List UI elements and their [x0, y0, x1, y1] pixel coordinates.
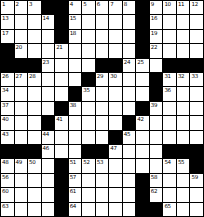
clue-number: 44: [43, 131, 49, 137]
cell-r1c3[interactable]: 3: [28, 1, 41, 14]
clue-number: 62: [151, 188, 157, 194]
clue-number: 15: [70, 15, 76, 21]
cell-r13c1[interactable]: 56: [1, 174, 14, 187]
clue-number: 52: [83, 159, 89, 165]
clue-number: 59: [191, 174, 197, 180]
cell-r3c7[interactable]: [82, 30, 95, 43]
cell-r13c8[interactable]: [96, 174, 109, 187]
cell-r12c1[interactable]: 48: [1, 159, 14, 172]
cell-r11c13-black: [163, 145, 176, 158]
cell-r13c10[interactable]: [123, 174, 136, 187]
cell-r4c3[interactable]: [28, 44, 41, 57]
clue-number: 1: [2, 1, 5, 7]
clue-number: 2: [16, 1, 19, 7]
cell-r10c2[interactable]: [15, 131, 28, 144]
cell-r1c2[interactable]: 2: [15, 1, 28, 14]
cell-r14c14[interactable]: [177, 188, 190, 201]
cell-r12c11[interactable]: [136, 159, 149, 172]
cell-r6c10[interactable]: [123, 73, 136, 86]
cell-r15c6[interactable]: 64: [69, 203, 82, 216]
cell-r2c8[interactable]: [96, 15, 109, 28]
cell-r2c11-black: [136, 15, 149, 28]
cell-r7c13[interactable]: 36: [163, 87, 176, 100]
cell-r7c14[interactable]: [177, 87, 190, 100]
cell-r14c15[interactable]: [190, 188, 203, 201]
cell-r11c7-black: [82, 145, 95, 158]
cell-r14c1[interactable]: 60: [1, 188, 14, 201]
cell-r13c12[interactable]: 58: [150, 174, 163, 187]
cell-r10c12[interactable]: [150, 131, 163, 144]
cell-r5c7[interactable]: [82, 59, 95, 72]
cell-r7c3[interactable]: [28, 87, 41, 100]
cell-r15c11-black: [136, 203, 149, 216]
cell-r6c14[interactable]: 32: [177, 73, 190, 86]
clue-number: 37: [2, 102, 8, 108]
cell-r7c2[interactable]: [15, 87, 28, 100]
cell-r9c10-black: [123, 116, 136, 129]
clue-number: 29: [97, 73, 103, 79]
cell-r4c11-black: [136, 44, 149, 57]
cell-r9c3[interactable]: [28, 116, 41, 129]
clue-number: 14: [43, 15, 49, 21]
cell-r5c4[interactable]: 23: [42, 59, 55, 72]
cell-r9c12[interactable]: [150, 116, 163, 129]
cell-r6c9[interactable]: 30: [109, 73, 122, 86]
cell-r7c8[interactable]: [96, 87, 109, 100]
clue-number: 57: [70, 174, 76, 180]
cell-r11c8-black: [96, 145, 109, 158]
cell-r8c5-black: [55, 102, 68, 115]
cell-r15c12-black: [150, 203, 163, 216]
cell-r3c14[interactable]: [177, 30, 190, 43]
cell-r4c5[interactable]: 21: [55, 44, 68, 57]
crossword-grid: 1234567891011121314151617181920212223242…: [0, 0, 204, 217]
cell-r1c10[interactable]: 8: [123, 1, 136, 14]
cell-r9c13[interactable]: [163, 116, 176, 129]
cell-r1c5-black: [55, 1, 68, 14]
cell-r15c2[interactable]: [15, 203, 28, 216]
cell-r14c2[interactable]: [15, 188, 28, 201]
cell-r2c1[interactable]: 13: [1, 15, 14, 28]
cell-r14c10[interactable]: [123, 188, 136, 201]
clue-number: 6: [97, 1, 100, 7]
cell-r10c1[interactable]: 43: [1, 131, 14, 144]
cell-r9c11[interactable]: 42: [136, 116, 149, 129]
cell-r14c5-black: [55, 188, 68, 201]
cell-r11c2-black: [15, 145, 28, 158]
cell-r8c8[interactable]: [96, 102, 109, 115]
cell-r6c15[interactable]: 33: [190, 73, 203, 86]
cell-r12c6[interactable]: 51: [69, 159, 82, 172]
cell-r4c8[interactable]: [96, 44, 109, 57]
cell-r1c15[interactable]: 12: [190, 1, 203, 14]
cell-r12c5-black: [55, 159, 68, 172]
cell-r12c2[interactable]: 49: [15, 159, 28, 172]
cell-r14c4[interactable]: [42, 188, 55, 201]
cell-r9c4-black: [42, 116, 55, 129]
cell-r11c12[interactable]: [150, 145, 163, 158]
cell-r2c14[interactable]: [177, 15, 190, 28]
clue-number: 47: [110, 145, 116, 151]
cell-r8c6[interactable]: 38: [69, 102, 82, 115]
cell-r8c4[interactable]: [42, 102, 55, 115]
cell-r12c3[interactable]: 50: [28, 159, 41, 172]
cell-r4c14[interactable]: [177, 44, 190, 57]
clue-number: 61: [70, 188, 76, 194]
clue-number: 28: [29, 73, 35, 79]
cell-r11c11[interactable]: [136, 145, 149, 158]
cell-r3c3[interactable]: [28, 30, 41, 43]
cell-r1c1[interactable]: 1: [1, 1, 14, 14]
cell-r5c15-black: [190, 59, 203, 72]
clue-number: 17: [2, 30, 8, 36]
cell-r13c3[interactable]: [28, 174, 41, 187]
clue-number: 25: [137, 59, 143, 65]
cell-r9c9[interactable]: [109, 116, 122, 129]
cell-r7c1[interactable]: 34: [1, 87, 14, 100]
cell-r9c8[interactable]: [96, 116, 109, 129]
cell-r12c13[interactable]: 54: [163, 159, 176, 172]
cell-r15c1[interactable]: 63: [1, 203, 14, 216]
clue-number: 65: [164, 203, 170, 209]
clue-number: 64: [70, 203, 76, 209]
cell-r8c7[interactable]: [82, 102, 95, 115]
clue-number: 19: [151, 30, 157, 36]
cell-r11c1-black: [1, 145, 14, 158]
cell-r3c2[interactable]: [15, 30, 28, 43]
cell-r7c7[interactable]: 35: [82, 87, 95, 100]
cell-r10c4[interactable]: 44: [42, 131, 55, 144]
clue-number: 56: [2, 174, 8, 180]
cell-r13c9[interactable]: [109, 174, 122, 187]
cell-r12c15-black: [190, 159, 203, 172]
cell-r14c11-black: [136, 188, 149, 201]
cell-r15c10[interactable]: [123, 203, 136, 216]
cell-r12c8[interactable]: 53: [96, 159, 109, 172]
clue-number: 13: [2, 15, 8, 21]
cell-r4c6[interactable]: [69, 44, 82, 57]
clue-number: 5: [83, 1, 86, 7]
cell-r6c6[interactable]: [69, 73, 82, 86]
cell-r8c11-black: [136, 102, 149, 115]
cell-r14c13[interactable]: [163, 188, 176, 201]
cell-r9c15[interactable]: [190, 116, 203, 129]
cell-r13c15[interactable]: 59: [190, 174, 203, 187]
cell-r12c14[interactable]: 55: [177, 159, 190, 172]
clue-number: 45: [124, 131, 130, 137]
cell-r2c9[interactable]: [109, 15, 122, 28]
cell-r6c3[interactable]: 28: [28, 73, 41, 86]
cell-r3c1[interactable]: 17: [1, 30, 14, 43]
clue-number: 51: [70, 159, 76, 165]
cell-r1c13[interactable]: 10: [163, 1, 176, 14]
cell-r3c11-black: [136, 30, 149, 43]
cell-r13c11-black: [136, 174, 149, 187]
clue-number: 39: [151, 102, 157, 108]
cell-r6c5[interactable]: [55, 73, 68, 86]
cell-r3c6[interactable]: 18: [69, 30, 82, 43]
cell-r4c7[interactable]: [82, 44, 95, 57]
cell-r7c15[interactable]: [190, 87, 203, 100]
cell-r11c6[interactable]: [69, 145, 82, 158]
clue-number: 46: [43, 145, 49, 151]
cell-r14c12[interactable]: 62: [150, 188, 163, 201]
clue-number: 34: [2, 87, 8, 93]
cell-r11c14-black: [177, 145, 190, 158]
clue-number: 53: [97, 159, 103, 165]
cell-r5c3-black: [28, 59, 41, 72]
clue-number: 58: [151, 174, 157, 180]
cell-r11c9[interactable]: 47: [109, 145, 122, 158]
cell-r8c10[interactable]: [123, 102, 136, 115]
cell-r3c5-black: [55, 30, 68, 43]
cell-r8c2[interactable]: [15, 102, 28, 115]
cell-r14c9[interactable]: [109, 188, 122, 201]
cell-r8c15[interactable]: [190, 102, 203, 115]
cell-r5c9-black: [109, 59, 122, 72]
cell-r1c11-black: [136, 1, 149, 14]
cell-r15c9[interactable]: [109, 203, 122, 216]
cell-r15c13[interactable]: 65: [163, 203, 176, 216]
cell-r10c11[interactable]: [136, 131, 149, 144]
cell-r14c7[interactable]: [82, 188, 95, 201]
clue-number: 32: [178, 73, 184, 79]
cell-r9c1[interactable]: 40: [1, 116, 14, 129]
cell-r6c8[interactable]: 29: [96, 73, 109, 86]
cell-r5c1-black: [1, 59, 14, 72]
cell-r5c8-black: [96, 59, 109, 72]
cell-r8c1[interactable]: 37: [1, 102, 14, 115]
cell-r11c10[interactable]: [123, 145, 136, 158]
clue-number: 24: [124, 59, 130, 65]
cell-r10c15[interactable]: [190, 131, 203, 144]
cell-r8c3[interactable]: [28, 102, 41, 115]
cell-r7c5[interactable]: [55, 87, 68, 100]
cell-r11c5[interactable]: [55, 145, 68, 158]
clue-number: 30: [110, 73, 116, 79]
cell-r12c7[interactable]: 52: [82, 159, 95, 172]
cell-r5c5[interactable]: [55, 59, 68, 72]
clue-number: 22: [151, 44, 157, 50]
cell-r15c5-black: [55, 203, 68, 216]
clue-number: 12: [191, 1, 197, 7]
cell-r8c14[interactable]: [177, 102, 190, 115]
cell-r4c13[interactable]: [163, 44, 176, 57]
cell-r12c10[interactable]: [123, 159, 136, 172]
cell-r7c6-black: [69, 87, 82, 100]
cell-r9c14[interactable]: [177, 116, 190, 129]
cell-r3c10[interactable]: [123, 30, 136, 43]
cell-r3c12[interactable]: 19: [150, 30, 163, 43]
cell-r2c7[interactable]: [82, 15, 95, 28]
cell-r10c8[interactable]: [96, 131, 109, 144]
cell-r6c4[interactable]: [42, 73, 55, 86]
cell-r1c9[interactable]: 7: [109, 1, 122, 14]
cell-r12c4[interactable]: [42, 159, 55, 172]
clue-number: 9: [151, 1, 154, 7]
cell-r4c15[interactable]: [190, 44, 203, 57]
cell-r2c13[interactable]: [163, 15, 176, 28]
cell-r6c12-black: [150, 73, 163, 86]
clue-number: 18: [70, 30, 76, 36]
clue-number: 21: [56, 44, 62, 50]
cell-r5c6[interactable]: [69, 59, 82, 72]
clue-number: 50: [29, 159, 35, 165]
cell-r7c4[interactable]: [42, 87, 55, 100]
cell-r15c3[interactable]: [28, 203, 41, 216]
cell-r9c6[interactable]: [69, 116, 82, 129]
clue-number: 63: [2, 203, 8, 209]
cell-r8c12[interactable]: 39: [150, 102, 163, 115]
cell-r3c9[interactable]: [109, 30, 122, 43]
cell-r3c15[interactable]: [190, 30, 203, 43]
cell-r5c10[interactable]: 24: [123, 59, 136, 72]
cell-r13c7[interactable]: [82, 174, 95, 187]
clue-number: 38: [70, 102, 76, 108]
cell-r7c10[interactable]: [123, 87, 136, 100]
cell-r2c2[interactable]: [15, 15, 28, 28]
clue-number: 3: [29, 1, 32, 7]
clue-number: 11: [178, 1, 184, 7]
cell-r15c14[interactable]: [177, 203, 190, 216]
clue-number: 48: [2, 159, 8, 165]
cell-r12c12[interactable]: [150, 159, 163, 172]
clue-number: 49: [16, 159, 22, 165]
cell-r7c12-black: [150, 87, 163, 100]
clue-number: 33: [191, 73, 197, 79]
clue-number: 43: [2, 131, 8, 137]
cell-r13c14[interactable]: [177, 174, 190, 187]
cell-r13c2[interactable]: [15, 174, 28, 187]
cell-r1c14[interactable]: 11: [177, 1, 190, 14]
cell-r11c4[interactable]: 46: [42, 145, 55, 158]
cell-r3c13[interactable]: [163, 30, 176, 43]
cell-r8c13[interactable]: [163, 102, 176, 115]
cell-r10c10[interactable]: 45: [123, 131, 136, 144]
cell-r10c5[interactable]: [55, 131, 68, 144]
cell-r10c9-black: [109, 131, 122, 144]
clue-number: 26: [2, 73, 8, 79]
cell-r5c12[interactable]: [150, 59, 163, 72]
cell-r1c4-black: [42, 1, 55, 14]
clue-number: 40: [2, 116, 8, 122]
clue-number: 41: [56, 116, 62, 122]
cell-r2c3[interactable]: [28, 15, 41, 28]
cell-r13c4[interactable]: [42, 174, 55, 187]
cell-r4c10[interactable]: [123, 44, 136, 57]
cell-r6c11[interactable]: [136, 73, 149, 86]
cell-r10c7[interactable]: [82, 131, 95, 144]
cell-r2c6[interactable]: 15: [69, 15, 82, 28]
cell-r1c8[interactable]: 6: [96, 1, 109, 14]
cell-r4c4[interactable]: [42, 44, 55, 57]
cell-r4c12[interactable]: 22: [150, 44, 163, 57]
clue-number: 36: [164, 87, 170, 93]
cell-r15c7[interactable]: [82, 203, 95, 216]
clue-number: 54: [164, 159, 170, 165]
clue-number: 27: [16, 73, 22, 79]
cell-r5c14-black: [177, 59, 190, 72]
cell-r5c2-black: [15, 59, 28, 72]
cell-r2c15[interactable]: [190, 15, 203, 28]
cell-r2c10[interactable]: [123, 15, 136, 28]
cell-r3c4[interactable]: [42, 30, 55, 43]
cell-r10c3[interactable]: [28, 131, 41, 144]
clue-number: 23: [43, 59, 49, 65]
cell-r6c1[interactable]: 26: [1, 73, 14, 86]
cell-r6c2[interactable]: 27: [15, 73, 28, 86]
cell-r13c6[interactable]: 57: [69, 174, 82, 187]
cell-r10c14[interactable]: [177, 131, 190, 144]
cell-r4c1-black: [1, 44, 14, 57]
cell-r6c7-black: [82, 73, 95, 86]
cell-r10c13[interactable]: [163, 131, 176, 144]
cell-r7c9[interactable]: [109, 87, 122, 100]
cell-r2c4[interactable]: 14: [42, 15, 55, 28]
clue-number: 10: [164, 1, 170, 7]
clue-number: 20: [16, 44, 22, 50]
cell-r14c8[interactable]: [96, 188, 109, 201]
clue-number: 16: [151, 15, 157, 21]
cell-r11c15-black: [190, 145, 203, 158]
cell-r10c6[interactable]: [69, 131, 82, 144]
clue-number: 7: [110, 1, 113, 7]
cell-r15c4[interactable]: [42, 203, 55, 216]
cell-r8c9[interactable]: [109, 102, 122, 115]
cell-r4c2[interactable]: 20: [15, 44, 28, 57]
cell-r12c9[interactable]: [109, 159, 122, 172]
cell-r4c9[interactable]: [109, 44, 122, 57]
cell-r14c6[interactable]: 61: [69, 188, 82, 201]
clue-number: 31: [164, 73, 170, 79]
cell-r14c3[interactable]: [28, 188, 41, 201]
cell-r7c11[interactable]: [136, 87, 149, 100]
cell-r13c5-black: [55, 174, 68, 187]
cell-r15c8[interactable]: [96, 203, 109, 216]
cell-r3c8[interactable]: [96, 30, 109, 43]
clue-number: 55: [178, 159, 184, 165]
cell-r9c2[interactable]: [15, 116, 28, 129]
clue-number: 60: [2, 188, 8, 194]
clue-number: 8: [124, 1, 127, 7]
cell-r9c5[interactable]: 41: [55, 116, 68, 129]
cell-r15c15[interactable]: [190, 203, 203, 216]
clue-number: 35: [83, 87, 89, 93]
cell-r2c5-black: [55, 15, 68, 28]
cell-r1c12[interactable]: 9: [150, 1, 163, 14]
clue-number: 4: [70, 1, 73, 7]
cell-r1c7[interactable]: 5: [82, 1, 95, 14]
cell-r11c3-black: [28, 145, 41, 158]
cell-r13c13[interactable]: [163, 174, 176, 187]
clue-number: 42: [137, 116, 143, 122]
cell-r1c6[interactable]: 4: [69, 1, 82, 14]
cell-r5c11[interactable]: 25: [136, 59, 149, 72]
cell-r2c12[interactable]: 16: [150, 15, 163, 28]
cell-r5c13-black: [163, 59, 176, 72]
cell-r6c13[interactable]: 31: [163, 73, 176, 86]
cell-r9c7[interactable]: [82, 116, 95, 129]
